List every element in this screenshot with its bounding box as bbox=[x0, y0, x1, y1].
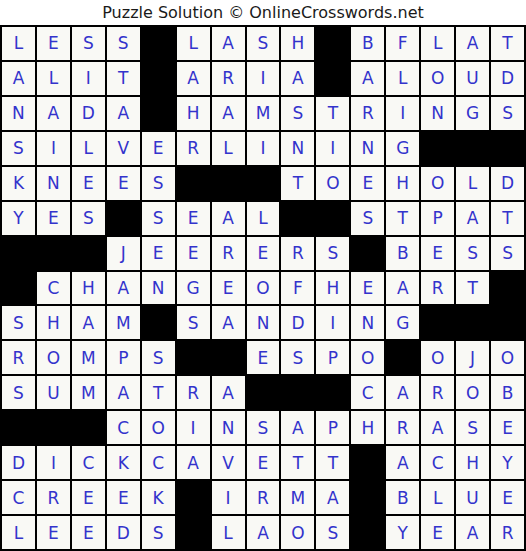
letter-cell-r11c2[interactable]: U bbox=[36, 375, 71, 410]
letter-cell-r9c12[interactable]: G bbox=[385, 305, 420, 340]
letter-cell-r6c1[interactable]: Y bbox=[1, 201, 36, 236]
letter-cell-r10c3[interactable]: M bbox=[71, 340, 106, 375]
letter-cell-r13c1[interactable]: D bbox=[1, 445, 36, 480]
block-cell-r12c1 bbox=[1, 410, 36, 445]
letter-cell-r1c3[interactable]: S bbox=[71, 26, 106, 61]
letter-cell-r5c11[interactable]: E bbox=[350, 166, 385, 201]
letter-cell-r1c15[interactable]: T bbox=[490, 26, 525, 61]
page-title: Puzzle Solution © OnlineCrosswords.net bbox=[0, 0, 526, 25]
letter-cell-r5c14[interactable]: L bbox=[455, 166, 490, 201]
letter-cell-r2c11[interactable]: A bbox=[350, 61, 385, 96]
letter-cell-r15c15[interactable]: R bbox=[490, 515, 525, 550]
block-cell-r6c10 bbox=[315, 201, 350, 236]
letter-cell-r13c4[interactable]: K bbox=[106, 445, 141, 480]
letter-cell-r14c12[interactable]: B bbox=[385, 480, 420, 515]
letter-cell-r14c7[interactable]: I bbox=[211, 480, 246, 515]
letter-cell-r9c1[interactable]: S bbox=[1, 305, 36, 340]
letter-cell-r3c8[interactable]: M bbox=[246, 96, 281, 131]
block-cell-r2c10 bbox=[315, 61, 350, 96]
letter-cell-r8c12[interactable]: A bbox=[385, 271, 420, 306]
letter-cell-r9c2[interactable]: H bbox=[36, 305, 71, 340]
letter-cell-r1c12[interactable]: F bbox=[385, 26, 420, 61]
letter-cell-r8c5[interactable]: N bbox=[141, 271, 176, 306]
letter-cell-r15c5[interactable]: S bbox=[141, 515, 176, 550]
letter-cell-r8c11[interactable]: E bbox=[350, 271, 385, 306]
letter-cell-r10c9[interactable]: S bbox=[280, 340, 315, 375]
letter-cell-r14c5[interactable]: K bbox=[141, 480, 176, 515]
letter-cell-r1c8[interactable]: S bbox=[246, 26, 281, 61]
letter-cell-r6c14[interactable]: A bbox=[455, 201, 490, 236]
block-cell-r10c7 bbox=[211, 340, 246, 375]
block-cell-r10c12 bbox=[385, 340, 420, 375]
block-cell-r7c11 bbox=[350, 236, 385, 271]
letter-cell-r7c9[interactable]: R bbox=[280, 236, 315, 271]
letter-cell-r6c15[interactable]: T bbox=[490, 201, 525, 236]
letter-cell-r1c9[interactable]: H bbox=[280, 26, 315, 61]
letter-cell-r5c4[interactable]: E bbox=[106, 166, 141, 201]
block-cell-r6c9 bbox=[280, 201, 315, 236]
letter-cell-r10c11[interactable]: O bbox=[350, 340, 385, 375]
letter-cell-r1c14[interactable]: A bbox=[455, 26, 490, 61]
letter-cell-r10c8[interactable]: E bbox=[246, 340, 281, 375]
block-cell-r4c15 bbox=[490, 131, 525, 166]
letter-cell-r6c12[interactable]: T bbox=[385, 201, 420, 236]
letter-cell-r7c15[interactable]: S bbox=[490, 236, 525, 271]
block-cell-r2c5 bbox=[141, 61, 176, 96]
letter-cell-r1c6[interactable]: L bbox=[176, 26, 211, 61]
block-cell-r10c6 bbox=[176, 340, 211, 375]
letter-cell-r2c14[interactable]: U bbox=[455, 61, 490, 96]
letter-cell-r8c9[interactable]: F bbox=[280, 271, 315, 306]
letter-cell-r7c4[interactable]: J bbox=[106, 236, 141, 271]
letter-cell-r1c2[interactable]: E bbox=[36, 26, 71, 61]
letter-cell-r7c7[interactable]: R bbox=[211, 236, 246, 271]
block-cell-r6c4 bbox=[106, 201, 141, 236]
letter-cell-r5c9[interactable]: T bbox=[280, 166, 315, 201]
letter-cell-r14c2[interactable]: R bbox=[36, 480, 71, 515]
letter-cell-r9c6[interactable]: S bbox=[176, 305, 211, 340]
letter-cell-r3c9[interactable]: S bbox=[280, 96, 315, 131]
letter-cell-r4c12[interactable]: G bbox=[385, 131, 420, 166]
letter-cell-r9c11[interactable]: N bbox=[350, 305, 385, 340]
letter-cell-r1c11[interactable]: B bbox=[350, 26, 385, 61]
letter-cell-r12c12[interactable]: R bbox=[385, 410, 420, 445]
letter-cell-r6c5[interactable]: S bbox=[141, 201, 176, 236]
letter-cell-r10c15[interactable]: O bbox=[490, 340, 525, 375]
letter-cell-r8c8[interactable]: O bbox=[246, 271, 281, 306]
letter-cell-r13c9[interactable]: T bbox=[280, 445, 315, 480]
letter-cell-r1c7[interactable]: A bbox=[211, 26, 246, 61]
letter-cell-r15c3[interactable]: E bbox=[71, 515, 106, 550]
letter-cell-r3c1[interactable]: N bbox=[1, 96, 36, 131]
letter-cell-r8c10[interactable]: H bbox=[315, 271, 350, 306]
letter-cell-r3c13[interactable]: N bbox=[420, 96, 455, 131]
block-cell-r8c1 bbox=[1, 271, 36, 306]
letter-cell-r5c13[interactable]: O bbox=[420, 166, 455, 201]
letter-cell-r2c6[interactable]: A bbox=[176, 61, 211, 96]
letter-cell-r10c2[interactable]: O bbox=[36, 340, 71, 375]
letter-cell-r4c6[interactable]: R bbox=[176, 131, 211, 166]
letter-cell-r4c2[interactable]: I bbox=[36, 131, 71, 166]
letter-cell-r8c2[interactable]: C bbox=[36, 271, 71, 306]
letter-cell-r2c2[interactable]: L bbox=[36, 61, 71, 96]
letter-cell-r6c3[interactable]: S bbox=[71, 201, 106, 236]
block-cell-r3c5 bbox=[141, 96, 176, 131]
letter-cell-r11c6[interactable]: R bbox=[176, 375, 211, 410]
letter-cell-r14c9[interactable]: M bbox=[280, 480, 315, 515]
block-cell-r9c15 bbox=[490, 305, 525, 340]
block-cell-r4c13 bbox=[420, 131, 455, 166]
letter-cell-r10c5[interactable]: S bbox=[141, 340, 176, 375]
letter-cell-r15c13[interactable]: E bbox=[420, 515, 455, 550]
letter-cell-r12c8[interactable]: S bbox=[246, 410, 281, 445]
letter-cell-r6c6[interactable]: E bbox=[176, 201, 211, 236]
letter-cell-r6c2[interactable]: E bbox=[36, 201, 71, 236]
letter-cell-r14c1[interactable]: C bbox=[1, 480, 36, 515]
letter-cell-r3c15[interactable]: S bbox=[490, 96, 525, 131]
letter-cell-r11c11[interactable]: C bbox=[350, 375, 385, 410]
letter-cell-r2c13[interactable]: O bbox=[420, 61, 455, 96]
block-cell-r1c10 bbox=[315, 26, 350, 61]
letter-cell-r11c14[interactable]: O bbox=[455, 375, 490, 410]
block-cell-r7c3 bbox=[71, 236, 106, 271]
letter-cell-r12c9[interactable]: A bbox=[280, 410, 315, 445]
letter-cell-r9c10[interactable]: I bbox=[315, 305, 350, 340]
letter-cell-r2c1[interactable]: A bbox=[1, 61, 36, 96]
letter-cell-r5c10[interactable]: O bbox=[315, 166, 350, 201]
letter-cell-r15c8[interactable]: A bbox=[246, 515, 281, 550]
block-cell-r15c6 bbox=[176, 515, 211, 550]
letter-cell-r2c8[interactable]: I bbox=[246, 61, 281, 96]
letter-cell-r4c3[interactable]: L bbox=[71, 131, 106, 166]
block-cell-r15c11 bbox=[350, 515, 385, 550]
block-cell-r5c6 bbox=[176, 166, 211, 201]
block-cell-r9c14 bbox=[455, 305, 490, 340]
letter-cell-r11c5[interactable]: T bbox=[141, 375, 176, 410]
letter-cell-r6c11[interactable]: S bbox=[350, 201, 385, 236]
block-cell-r12c3 bbox=[71, 410, 106, 445]
letter-cell-r1c1[interactable]: L bbox=[1, 26, 36, 61]
letter-cell-r4c1[interactable]: S bbox=[1, 131, 36, 166]
block-cell-r14c6 bbox=[176, 480, 211, 515]
letter-cell-r14c4[interactable]: E bbox=[106, 480, 141, 515]
letter-cell-r7c12[interactable]: B bbox=[385, 236, 420, 271]
letter-cell-r8c7[interactable]: E bbox=[211, 271, 246, 306]
letter-cell-r6c13[interactable]: P bbox=[420, 201, 455, 236]
letter-cell-r11c1[interactable]: S bbox=[1, 375, 36, 410]
letter-cell-r9c9[interactable]: D bbox=[280, 305, 315, 340]
letter-cell-r14c13[interactable]: L bbox=[420, 480, 455, 515]
letter-cell-r11c12[interactable]: A bbox=[385, 375, 420, 410]
letter-cell-r15c12[interactable]: Y bbox=[385, 515, 420, 550]
letter-cell-r3c2[interactable]: A bbox=[36, 96, 71, 131]
letter-cell-r3c3[interactable]: D bbox=[71, 96, 106, 131]
letter-cell-r15c14[interactable]: A bbox=[455, 515, 490, 550]
letter-cell-r8c13[interactable]: R bbox=[420, 271, 455, 306]
letter-cell-r3c14[interactable]: G bbox=[455, 96, 490, 131]
letter-cell-r12c11[interactable]: H bbox=[350, 410, 385, 445]
letter-cell-r5c1[interactable]: K bbox=[1, 166, 36, 201]
letter-cell-r2c4[interactable]: T bbox=[106, 61, 141, 96]
letter-cell-r4c8[interactable]: I bbox=[246, 131, 281, 166]
letter-cell-r15c1[interactable]: L bbox=[1, 515, 36, 550]
letter-cell-r12c14[interactable]: S bbox=[455, 410, 490, 445]
letter-cell-r4c10[interactable]: I bbox=[315, 131, 350, 166]
letter-cell-r14c14[interactable]: U bbox=[455, 480, 490, 515]
letter-cell-r13c15[interactable]: Y bbox=[490, 445, 525, 480]
letter-cell-r1c13[interactable]: L bbox=[420, 26, 455, 61]
letter-cell-r11c13[interactable]: R bbox=[420, 375, 455, 410]
letter-cell-r15c4[interactable]: D bbox=[106, 515, 141, 550]
letter-cell-r3c11[interactable]: R bbox=[350, 96, 385, 131]
letter-cell-r14c15[interactable]: E bbox=[490, 480, 525, 515]
letter-cell-r8c4[interactable]: A bbox=[106, 271, 141, 306]
block-cell-r11c9 bbox=[280, 375, 315, 410]
letter-cell-r13c2[interactable]: I bbox=[36, 445, 71, 480]
letter-cell-r12c4[interactable]: C bbox=[106, 410, 141, 445]
letter-cell-r13c6[interactable]: A bbox=[176, 445, 211, 480]
block-cell-r9c13 bbox=[420, 305, 455, 340]
letter-cell-r12c13[interactable]: A bbox=[420, 410, 455, 445]
letter-cell-r3c7[interactable]: A bbox=[211, 96, 246, 131]
letter-cell-r3c10[interactable]: T bbox=[315, 96, 350, 131]
letter-cell-r12c10[interactable]: P bbox=[315, 410, 350, 445]
letter-cell-r4c9[interactable]: N bbox=[280, 131, 315, 166]
block-cell-r11c8 bbox=[246, 375, 281, 410]
block-cell-r9c5 bbox=[141, 305, 176, 340]
letter-cell-r4c5[interactable]: E bbox=[141, 131, 176, 166]
letter-cell-r3c4[interactable]: A bbox=[106, 96, 141, 131]
letter-cell-r12c5[interactable]: O bbox=[141, 410, 176, 445]
letter-cell-r12c15[interactable]: E bbox=[490, 410, 525, 445]
letter-cell-r12c7[interactable]: N bbox=[211, 410, 246, 445]
letter-cell-r5c12[interactable]: H bbox=[385, 166, 420, 201]
letter-cell-r3c6[interactable]: H bbox=[176, 96, 211, 131]
letter-cell-r15c9[interactable]: O bbox=[280, 515, 315, 550]
block-cell-r7c2 bbox=[36, 236, 71, 271]
letter-cell-r10c4[interactable]: P bbox=[106, 340, 141, 375]
block-cell-r1c5 bbox=[141, 26, 176, 61]
letter-cell-r7c6[interactable]: E bbox=[176, 236, 211, 271]
block-cell-r11c10 bbox=[315, 375, 350, 410]
letter-cell-r5c2[interactable]: N bbox=[36, 166, 71, 201]
letter-cell-r5c3[interactable]: E bbox=[71, 166, 106, 201]
letter-cell-r5c15[interactable]: D bbox=[490, 166, 525, 201]
letter-cell-r7c14[interactable]: S bbox=[455, 236, 490, 271]
letter-cell-r14c10[interactable]: A bbox=[315, 480, 350, 515]
block-cell-r12c2 bbox=[36, 410, 71, 445]
letter-cell-r8c14[interactable]: T bbox=[455, 271, 490, 306]
letter-cell-r2c15[interactable]: D bbox=[490, 61, 525, 96]
letter-cell-r13c5[interactable]: C bbox=[141, 445, 176, 480]
letter-cell-r3c12[interactable]: I bbox=[385, 96, 420, 131]
letter-cell-r13c7[interactable]: V bbox=[211, 445, 246, 480]
letter-cell-r2c3[interactable]: I bbox=[71, 61, 106, 96]
letter-cell-r13c12[interactable]: A bbox=[385, 445, 420, 480]
block-cell-r5c7 bbox=[211, 166, 246, 201]
letter-cell-r10c10[interactable]: P bbox=[315, 340, 350, 375]
letter-cell-r1c4[interactable]: S bbox=[106, 26, 141, 61]
letter-cell-r15c2[interactable]: E bbox=[36, 515, 71, 550]
letter-cell-r6c7[interactable]: A bbox=[211, 201, 246, 236]
block-cell-r14c11 bbox=[350, 480, 385, 515]
letter-cell-r10c13[interactable]: O bbox=[420, 340, 455, 375]
block-cell-r8c15 bbox=[490, 271, 525, 306]
letter-cell-r7c13[interactable]: E bbox=[420, 236, 455, 271]
letter-cell-r6c8[interactable]: L bbox=[246, 201, 281, 236]
letter-cell-r15c10[interactable]: S bbox=[315, 515, 350, 550]
letter-cell-r11c7[interactable]: A bbox=[211, 375, 246, 410]
letter-cell-r11c3[interactable]: M bbox=[71, 375, 106, 410]
crossword-grid: LESSLASHBFLATALITARIAALOUDNADAHAMSTRINGS… bbox=[0, 25, 526, 551]
letter-cell-r7c8[interactable]: E bbox=[246, 236, 281, 271]
block-cell-r4c14 bbox=[455, 131, 490, 166]
letter-cell-r8c3[interactable]: H bbox=[71, 271, 106, 306]
letter-cell-r9c8[interactable]: N bbox=[246, 305, 281, 340]
letter-cell-r9c7[interactable]: A bbox=[211, 305, 246, 340]
letter-cell-r4c11[interactable]: N bbox=[350, 131, 385, 166]
letter-cell-r13c8[interactable]: E bbox=[246, 445, 281, 480]
letter-cell-r2c7[interactable]: R bbox=[211, 61, 246, 96]
letter-cell-r14c3[interactable]: E bbox=[71, 480, 106, 515]
letter-cell-r14c8[interactable]: R bbox=[246, 480, 281, 515]
crossword-solution-page: Puzzle Solution © OnlineCrosswords.net L… bbox=[0, 0, 526, 551]
letter-cell-r8c6[interactable]: G bbox=[176, 271, 211, 306]
letter-cell-r13c10[interactable]: T bbox=[315, 445, 350, 480]
letter-cell-r15c7[interactable]: L bbox=[211, 515, 246, 550]
letter-cell-r7c10[interactable]: S bbox=[315, 236, 350, 271]
letter-cell-r10c1[interactable]: R bbox=[1, 340, 36, 375]
letter-cell-r2c12[interactable]: L bbox=[385, 61, 420, 96]
letter-cell-r9c3[interactable]: A bbox=[71, 305, 106, 340]
letter-cell-r4c4[interactable]: V bbox=[106, 131, 141, 166]
letter-cell-r13c13[interactable]: C bbox=[420, 445, 455, 480]
letter-cell-r13c3[interactable]: C bbox=[71, 445, 106, 480]
letter-cell-r2c9[interactable]: A bbox=[280, 61, 315, 96]
block-cell-r5c8 bbox=[246, 166, 281, 201]
letter-cell-r12c6[interactable]: I bbox=[176, 410, 211, 445]
letter-cell-r9c4[interactable]: M bbox=[106, 305, 141, 340]
letter-cell-r5c5[interactable]: S bbox=[141, 166, 176, 201]
letter-cell-r13c14[interactable]: H bbox=[455, 445, 490, 480]
letter-cell-r7c5[interactable]: E bbox=[141, 236, 176, 271]
block-cell-r7c1 bbox=[1, 236, 36, 271]
letter-cell-r4c7[interactable]: L bbox=[211, 131, 246, 166]
letter-cell-r11c15[interactable]: B bbox=[490, 375, 525, 410]
letter-cell-r11c4[interactable]: A bbox=[106, 375, 141, 410]
block-cell-r13c11 bbox=[350, 445, 385, 480]
letter-cell-r10c14[interactable]: J bbox=[455, 340, 490, 375]
